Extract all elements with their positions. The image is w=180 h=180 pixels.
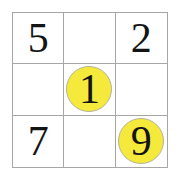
highlight-circle: 1 <box>66 66 112 112</box>
grid-cell-r1c0[interactable] <box>13 64 64 115</box>
grid-cell-r0c1[interactable] <box>64 13 115 64</box>
cell-value: 1 <box>79 68 100 110</box>
cell-value: 5 <box>28 17 49 59</box>
cell-value: 7 <box>28 120 49 162</box>
grid-cell-r0c0[interactable]: 5 <box>13 13 64 64</box>
grid-cell-r0c2[interactable]: 2 <box>116 13 167 64</box>
grid-cell-r2c1[interactable] <box>64 116 115 167</box>
grid-cell-r2c2[interactable]: 9 <box>116 116 167 167</box>
highlight-circle: 9 <box>118 118 164 164</box>
cell-value: 2 <box>131 17 152 59</box>
puzzle-grid: 5 2 1 7 9 <box>12 12 168 168</box>
cell-value: 9 <box>131 120 152 162</box>
grid-cell-r2c0[interactable]: 7 <box>13 116 64 167</box>
grid-cell-r1c1[interactable]: 1 <box>64 64 115 115</box>
grid-cell-r1c2[interactable] <box>116 64 167 115</box>
